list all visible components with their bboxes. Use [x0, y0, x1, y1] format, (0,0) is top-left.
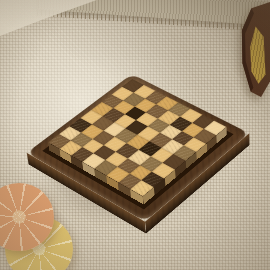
- photo-stage: [0, 0, 270, 270]
- vignette-overlay: [0, 0, 270, 270]
